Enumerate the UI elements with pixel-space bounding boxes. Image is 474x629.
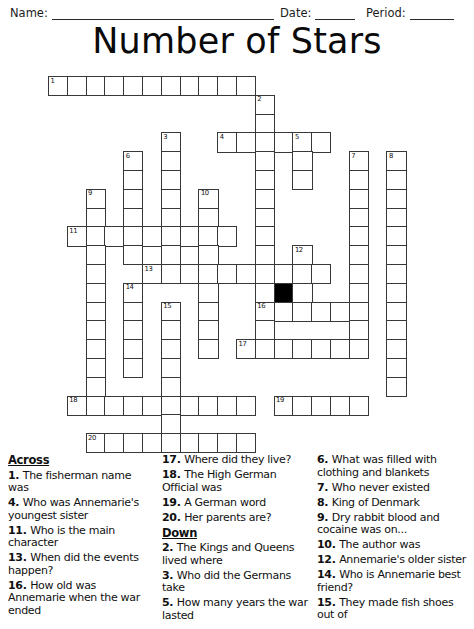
answer-cell[interactable] xyxy=(274,339,294,359)
answer-cell[interactable] xyxy=(217,264,237,284)
cell-number: 10 xyxy=(201,190,209,197)
cell-number: 12 xyxy=(295,247,303,254)
answer-cell[interactable] xyxy=(255,264,275,284)
answer-cell[interactable] xyxy=(161,320,181,340)
answer-cell[interactable] xyxy=(142,433,162,453)
clue-number-label: 18. xyxy=(162,468,184,481)
answer-cell[interactable] xyxy=(198,264,218,284)
answer-cell[interactable] xyxy=(255,114,275,134)
answer-cell[interactable] xyxy=(292,283,312,303)
cell-number: 5 xyxy=(295,134,299,141)
answer-cell[interactable] xyxy=(123,170,143,190)
answer-cell[interactable] xyxy=(86,264,106,284)
cell-number: 7 xyxy=(351,153,355,160)
answer-cell[interactable] xyxy=(180,264,200,284)
answer-cell[interactable] xyxy=(67,76,87,96)
answer-cell[interactable] xyxy=(217,76,237,96)
answer-cell[interactable] xyxy=(386,189,406,209)
answer-cell[interactable] xyxy=(255,170,275,190)
answer-cell[interactable]: 6 xyxy=(123,151,143,171)
answer-cell[interactable] xyxy=(123,339,143,359)
clue-column-middle: 17. Where did they live?18. The High Ger… xyxy=(162,454,314,625)
clue-4: 4. Who was Annemarie's youngest sister xyxy=(8,497,151,522)
answer-cell[interactable] xyxy=(161,151,181,171)
clue-12: 12. Annemarie's older sister xyxy=(317,554,470,567)
answer-cell[interactable] xyxy=(123,396,143,416)
answer-cell[interactable]: 14 xyxy=(123,283,143,303)
answer-cell[interactable] xyxy=(123,302,143,322)
answer-cell[interactable] xyxy=(349,170,369,190)
answer-cell[interactable] xyxy=(161,396,181,416)
date-field: Date: xyxy=(280,6,355,20)
answer-cell[interactable] xyxy=(198,320,218,340)
clue-number-label: 14. xyxy=(317,568,339,581)
answer-cell[interactable] xyxy=(349,189,369,209)
answer-cell[interactable]: 18 xyxy=(67,396,87,416)
answer-cell[interactable] xyxy=(349,396,369,416)
cell-number: 13 xyxy=(145,266,153,273)
answer-cell[interactable] xyxy=(349,283,369,303)
cell-number: 4 xyxy=(220,134,224,141)
answer-cell[interactable]: 2 xyxy=(255,95,275,115)
answer-cell[interactable] xyxy=(349,339,369,359)
answer-cell[interactable] xyxy=(349,302,369,322)
answer-cell[interactable] xyxy=(104,76,124,96)
answer-cell[interactable] xyxy=(255,320,275,340)
answer-cell[interactable] xyxy=(123,320,143,340)
answer-cell[interactable] xyxy=(180,76,200,96)
answer-cell[interactable] xyxy=(311,396,331,416)
answer-cell[interactable] xyxy=(292,151,312,171)
answer-cell[interactable]: 13 xyxy=(142,264,162,284)
clue-11: 11. Who is the main character xyxy=(8,525,151,550)
clue-number-label: 12. xyxy=(317,553,339,566)
clue-number-label: 15. xyxy=(317,596,339,609)
cell-number: 8 xyxy=(389,153,393,160)
clue-number-label: 4. xyxy=(8,496,23,509)
answer-cell[interactable] xyxy=(161,170,181,190)
cell-number: 17 xyxy=(239,341,247,348)
answer-cell[interactable] xyxy=(311,339,331,359)
answer-cell[interactable] xyxy=(311,302,331,322)
answer-cell[interactable]: 9 xyxy=(86,189,106,209)
answer-cell[interactable] xyxy=(161,264,181,284)
clue-number-label: 9. xyxy=(317,511,332,524)
answer-cell[interactable]: 3 xyxy=(161,132,181,152)
blocked-cell xyxy=(274,283,294,303)
answer-cell[interactable] xyxy=(86,377,106,397)
answer-cell[interactable] xyxy=(255,189,275,209)
answer-cell[interactable] xyxy=(123,208,143,228)
clue-number-label: 16. xyxy=(8,579,30,592)
name-label: Name: xyxy=(10,6,48,20)
clue-number-label: 8. xyxy=(317,496,332,509)
clue-number-label: 11. xyxy=(8,524,30,537)
answer-cell[interactable] xyxy=(217,396,237,416)
answer-cell[interactable] xyxy=(198,226,218,246)
answer-cell[interactable] xyxy=(161,208,181,228)
answer-cell[interactable]: 11 xyxy=(67,226,87,246)
clue-number-label: 1. xyxy=(8,469,23,482)
answer-cell[interactable]: 7 xyxy=(349,151,369,171)
clue-19: 19. A German word xyxy=(162,497,314,510)
answer-cell[interactable] xyxy=(311,264,331,284)
answer-cell[interactable] xyxy=(386,377,406,397)
answer-cell[interactable]: 10 xyxy=(198,189,218,209)
cell-number: 1 xyxy=(51,78,55,85)
answer-cell[interactable] xyxy=(330,302,350,322)
answer-cell[interactable]: 20 xyxy=(86,433,106,453)
clue-16: 16. How old was Annemarie when the war e… xyxy=(8,580,151,618)
answer-cell[interactable] xyxy=(255,208,275,228)
date-label: Date: xyxy=(280,6,311,20)
answer-cell[interactable]: 5 xyxy=(292,132,312,152)
answer-cell[interactable] xyxy=(86,302,106,322)
answer-cell[interactable] xyxy=(274,132,294,152)
answer-cell[interactable] xyxy=(255,339,275,359)
clue-number-label: 3. xyxy=(162,569,177,582)
crossword-grid: 1234567891011121314151617181920 xyxy=(48,76,407,454)
answer-cell[interactable] xyxy=(292,396,312,416)
answer-cell[interactable] xyxy=(198,302,218,322)
answer-cell[interactable] xyxy=(349,208,369,228)
answer-cell[interactable] xyxy=(255,151,275,171)
clue-1: 1. The fisherman name was xyxy=(8,470,151,495)
answer-cell[interactable] xyxy=(86,283,106,303)
answer-cell[interactable] xyxy=(349,245,369,265)
answer-cell[interactable] xyxy=(217,226,237,246)
answer-cell[interactable] xyxy=(86,320,106,340)
cell-number: 6 xyxy=(126,153,130,160)
answer-cell[interactable] xyxy=(386,358,406,378)
clue-lists: Across1. The fisherman name was4. Who wa… xyxy=(0,454,474,629)
clue-5: 5. How many years the war lasted xyxy=(162,597,314,622)
clue-3: 3. Who did the Germans take xyxy=(162,570,314,595)
clue-10: 10. The author was xyxy=(317,539,470,552)
cell-number: 16 xyxy=(257,303,265,310)
answer-cell[interactable]: 17 xyxy=(236,339,256,359)
answer-cell[interactable] xyxy=(86,208,106,228)
answer-cell[interactable] xyxy=(198,396,218,416)
clue-number-label: 20. xyxy=(162,511,184,524)
answer-cell[interactable] xyxy=(142,396,162,416)
answer-cell[interactable] xyxy=(161,414,181,434)
clue-number-label: 5. xyxy=(162,596,177,609)
answer-cell[interactable] xyxy=(142,76,162,96)
answer-cell[interactable] xyxy=(180,396,200,416)
answer-cell[interactable]: 8 xyxy=(386,151,406,171)
answer-cell[interactable] xyxy=(386,320,406,340)
answer-cell[interactable]: 19 xyxy=(274,396,294,416)
answer-cell[interactable] xyxy=(386,226,406,246)
answer-cell[interactable] xyxy=(123,76,143,96)
answer-cell[interactable] xyxy=(142,226,162,246)
crossword-worksheet: Name: Date: Period: Number of Stars 1234… xyxy=(0,0,474,629)
answer-cell[interactable] xyxy=(292,339,312,359)
clue-number-label: 6. xyxy=(317,453,332,466)
cell-number: 18 xyxy=(69,397,77,404)
answer-cell[interactable] xyxy=(386,245,406,265)
answer-cell[interactable] xyxy=(255,132,275,152)
answer-cell[interactable] xyxy=(255,226,275,246)
cell-number: 11 xyxy=(69,228,77,235)
answer-cell[interactable] xyxy=(161,245,181,265)
answer-cell[interactable] xyxy=(330,339,350,359)
answer-cell[interactable]: 1 xyxy=(48,76,68,96)
cell-number: 2 xyxy=(257,96,261,103)
clue-9: 9. Dry rabbit blood and cocaine was on..… xyxy=(317,512,470,537)
name-input-line[interactable] xyxy=(52,8,274,20)
answer-cell[interactable] xyxy=(123,433,143,453)
answer-cell[interactable] xyxy=(386,339,406,359)
answer-cell[interactable] xyxy=(123,358,143,378)
answer-cell[interactable] xyxy=(236,132,256,152)
answer-cell[interactable] xyxy=(161,358,181,378)
answer-cell[interactable] xyxy=(292,264,312,284)
clue-13: 13. When did the events happen? xyxy=(8,552,151,577)
answer-cell[interactable] xyxy=(180,226,200,246)
answer-cell[interactable] xyxy=(86,396,106,416)
clue-column-right: 6. What was filled with clothing and bla… xyxy=(317,454,470,624)
answer-cell[interactable] xyxy=(198,245,218,265)
answer-cell[interactable]: 4 xyxy=(217,132,237,152)
clue-6: 6. What was filled with clothing and bla… xyxy=(317,454,470,479)
clue-number-label: 13. xyxy=(8,551,30,564)
clue-number-label: 10. xyxy=(317,538,339,551)
answer-cell[interactable] xyxy=(86,226,106,246)
answer-cell[interactable] xyxy=(161,76,181,96)
answer-cell[interactable] xyxy=(161,377,181,397)
clue-17: 17. Where did they live? xyxy=(162,454,314,467)
clue-number-label: 2. xyxy=(162,541,177,554)
cell-number: 15 xyxy=(163,303,171,310)
answer-cell[interactable] xyxy=(161,339,181,359)
answer-cell[interactable] xyxy=(349,264,369,284)
answer-cell[interactable] xyxy=(123,245,143,265)
clue-number-label: 19. xyxy=(162,496,184,509)
answer-cell[interactable] xyxy=(123,189,143,209)
answer-cell[interactable] xyxy=(161,189,181,209)
clue-15: 15. They made fish shoes out of xyxy=(317,597,470,622)
answer-cell[interactable] xyxy=(86,76,106,96)
answer-cell[interactable] xyxy=(236,396,256,416)
answer-cell[interactable] xyxy=(86,245,106,265)
clue-14: 14. Who is Annemarie best friend? xyxy=(317,569,470,594)
name-field: Name: xyxy=(10,6,274,20)
across-heading: Across xyxy=(8,454,151,467)
clue-column-left: Across1. The fisherman name was4. Who wa… xyxy=(8,454,151,620)
clue-7: 7. Who never existed xyxy=(317,482,470,495)
answer-cell[interactable] xyxy=(161,433,181,453)
answer-cell[interactable] xyxy=(104,433,124,453)
page-title: Number of Stars xyxy=(0,22,474,60)
answer-cell[interactable] xyxy=(198,76,218,96)
answer-cell[interactable] xyxy=(386,283,406,303)
cell-number: 3 xyxy=(163,134,167,141)
answer-cell[interactable] xyxy=(86,339,106,359)
answer-cell[interactable] xyxy=(123,226,143,246)
answer-cell[interactable] xyxy=(255,283,275,303)
clue-number-label: 7. xyxy=(317,481,332,494)
answer-cell[interactable] xyxy=(386,264,406,284)
answer-cell[interactable] xyxy=(349,320,369,340)
answer-cell[interactable]: 15 xyxy=(161,302,181,322)
answer-cell[interactable] xyxy=(236,433,256,453)
answer-cell[interactable]: 16 xyxy=(255,302,275,322)
answer-cell[interactable] xyxy=(386,302,406,322)
answer-cell[interactable] xyxy=(198,339,218,359)
cell-number: 9 xyxy=(88,190,92,197)
answer-cell[interactable] xyxy=(236,264,256,284)
clue-8: 8. King of Denmark xyxy=(317,497,470,510)
answer-cell[interactable] xyxy=(236,76,256,96)
period-input-line[interactable] xyxy=(410,8,454,20)
answer-cell[interactable] xyxy=(274,264,294,284)
answer-cell[interactable]: 12 xyxy=(292,245,312,265)
answer-cell[interactable] xyxy=(292,302,312,322)
cell-number: 19 xyxy=(276,397,284,404)
answer-cell[interactable] xyxy=(198,433,218,453)
date-input-line[interactable] xyxy=(315,8,355,20)
answer-cell[interactable] xyxy=(386,170,406,190)
answer-cell[interactable] xyxy=(198,283,218,303)
answer-cell[interactable] xyxy=(311,132,331,152)
clue-2: 2. The Kings and Queens lived where xyxy=(162,542,314,567)
down-heading: Down xyxy=(162,527,314,540)
answer-cell[interactable] xyxy=(255,245,275,265)
answer-cell[interactable] xyxy=(330,396,350,416)
period-field: Period: xyxy=(366,6,454,20)
answer-cell[interactable] xyxy=(349,226,369,246)
answer-cell[interactable] xyxy=(386,208,406,228)
answer-cell[interactable] xyxy=(217,433,237,453)
answer-cell[interactable] xyxy=(198,208,218,228)
answer-cell[interactable] xyxy=(180,433,200,453)
cell-number: 20 xyxy=(88,435,96,442)
clue-20: 20. Her parents are? xyxy=(162,512,314,525)
period-label: Period: xyxy=(366,6,406,20)
answer-cell[interactable] xyxy=(292,170,312,190)
answer-cell[interactable] xyxy=(161,226,181,246)
answer-cell[interactable] xyxy=(86,358,106,378)
clue-18: 18. The High German Official was xyxy=(162,469,314,494)
answer-cell[interactable] xyxy=(104,226,124,246)
clue-number-label: 17. xyxy=(162,453,184,466)
cell-number: 14 xyxy=(126,284,134,291)
answer-cell[interactable] xyxy=(104,396,124,416)
answer-cell[interactable] xyxy=(274,302,294,322)
